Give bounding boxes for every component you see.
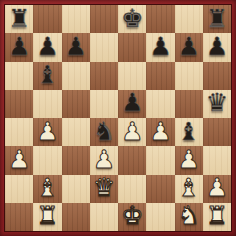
square-e1[interactable]: ♚ [118,203,146,231]
square-b3[interactable] [33,146,61,174]
white-king[interactable]: ♚ [121,203,143,228]
square-f4[interactable]: ♟ [146,118,174,146]
square-a4[interactable] [5,118,33,146]
square-a7[interactable]: ♟ [5,33,33,61]
square-b1[interactable]: ♜ [33,203,61,231]
chess-board: ♜♚♜♟♟♟♟♟♟♝♟♛♟♞♟♟♝♟♟♟♝♛♝♟♜♚♞♜ [5,5,231,231]
square-h8[interactable]: ♜ [203,5,231,33]
square-f6[interactable] [146,62,174,90]
square-g2[interactable]: ♝ [175,175,203,203]
black-bishop[interactable]: ♝ [177,119,199,144]
square-b4[interactable]: ♟ [33,118,61,146]
black-pawn[interactable]: ♟ [64,34,86,59]
square-d8[interactable] [90,5,118,33]
white-pawn[interactable]: ♟ [121,119,143,144]
square-c3[interactable] [62,146,90,174]
white-pawn[interactable]: ♟ [36,119,58,144]
square-b8[interactable] [33,5,61,33]
white-queen[interactable]: ♛ [93,175,115,200]
square-g6[interactable] [175,62,203,90]
square-c5[interactable] [62,90,90,118]
white-rook[interactable]: ♜ [36,203,58,228]
square-c7[interactable]: ♟ [62,33,90,61]
black-pawn[interactable]: ♟ [8,34,30,59]
square-e5[interactable]: ♟ [118,90,146,118]
square-f1[interactable] [146,203,174,231]
square-f7[interactable]: ♟ [146,33,174,61]
square-a2[interactable] [5,175,33,203]
white-pawn[interactable]: ♟ [149,119,171,144]
square-g8[interactable] [175,5,203,33]
square-h7[interactable]: ♟ [203,33,231,61]
square-f3[interactable] [146,146,174,174]
square-b2[interactable]: ♝ [33,175,61,203]
square-b5[interactable] [33,90,61,118]
square-f5[interactable] [146,90,174,118]
square-f8[interactable] [146,5,174,33]
square-a3[interactable]: ♟ [5,146,33,174]
white-pawn[interactable]: ♟ [177,147,199,172]
black-bishop[interactable]: ♝ [36,62,58,87]
square-e3[interactable] [118,146,146,174]
square-f2[interactable] [146,175,174,203]
square-d3[interactable]: ♟ [90,146,118,174]
square-d5[interactable] [90,90,118,118]
square-a8[interactable]: ♜ [5,5,33,33]
square-a1[interactable] [5,203,33,231]
white-knight[interactable]: ♞ [177,203,199,228]
square-c1[interactable] [62,203,90,231]
square-c6[interactable] [62,62,90,90]
square-b6[interactable]: ♝ [33,62,61,90]
square-c8[interactable] [62,5,90,33]
black-king[interactable]: ♚ [121,6,143,31]
white-pawn[interactable]: ♟ [206,175,228,200]
white-pawn[interactable]: ♟ [93,147,115,172]
square-g7[interactable]: ♟ [175,33,203,61]
black-pawn[interactable]: ♟ [36,34,58,59]
black-pawn[interactable]: ♟ [177,34,199,59]
square-a5[interactable] [5,90,33,118]
square-h5[interactable]: ♛ [203,90,231,118]
black-queen[interactable]: ♛ [206,90,228,115]
black-rook[interactable]: ♜ [206,6,228,31]
square-e2[interactable] [118,175,146,203]
square-h3[interactable] [203,146,231,174]
square-g3[interactable]: ♟ [175,146,203,174]
black-knight[interactable]: ♞ [93,119,115,144]
square-c2[interactable] [62,175,90,203]
square-d4[interactable]: ♞ [90,118,118,146]
board-frame: ♜♚♜♟♟♟♟♟♟♝♟♛♟♞♟♟♝♟♟♟♝♛♝♟♜♚♞♜ [0,0,236,236]
black-pawn[interactable]: ♟ [121,90,143,115]
square-e4[interactable]: ♟ [118,118,146,146]
square-g5[interactable] [175,90,203,118]
square-b7[interactable]: ♟ [33,33,61,61]
black-pawn[interactable]: ♟ [149,34,171,59]
square-d1[interactable] [90,203,118,231]
square-a6[interactable] [5,62,33,90]
square-d2[interactable]: ♛ [90,175,118,203]
white-bishop[interactable]: ♝ [177,175,199,200]
white-pawn[interactable]: ♟ [8,147,30,172]
white-rook[interactable]: ♜ [206,203,228,228]
black-pawn[interactable]: ♟ [206,34,228,59]
square-e8[interactable]: ♚ [118,5,146,33]
square-d7[interactable] [90,33,118,61]
square-e7[interactable] [118,33,146,61]
square-h6[interactable] [203,62,231,90]
square-h2[interactable]: ♟ [203,175,231,203]
square-e6[interactable] [118,62,146,90]
square-g1[interactable]: ♞ [175,203,203,231]
square-h4[interactable] [203,118,231,146]
square-c4[interactable] [62,118,90,146]
square-g4[interactable]: ♝ [175,118,203,146]
black-rook[interactable]: ♜ [8,6,30,31]
white-bishop[interactable]: ♝ [36,175,58,200]
square-d6[interactable] [90,62,118,90]
square-h1[interactable]: ♜ [203,203,231,231]
